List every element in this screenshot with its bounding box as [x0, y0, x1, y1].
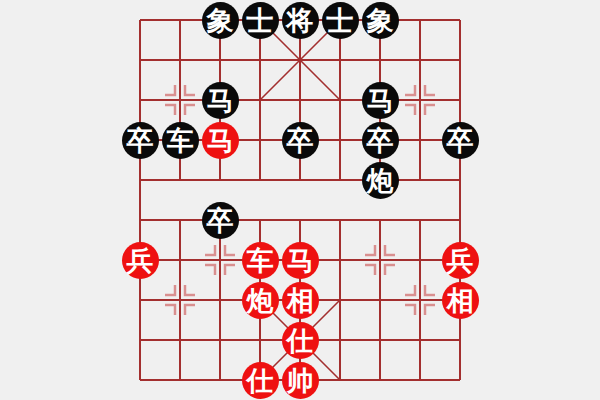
- piece-red-cannon[interactable]: 炮: [242, 282, 279, 319]
- piece-red-elephant[interactable]: 相: [442, 282, 479, 319]
- piece-black-soldier[interactable]: 卒: [442, 122, 479, 159]
- piece-black-soldier[interactable]: 卒: [362, 122, 399, 159]
- piece-black-elephant[interactable]: 象: [362, 2, 399, 39]
- piece-red-horse[interactable]: 马: [202, 122, 239, 159]
- piece-black-cannon[interactable]: 炮: [362, 162, 399, 199]
- xiangqi-board: 象士将士象马马卒车马卒卒卒炮卒兵车马兵炮相相仕仕帅: [120, 0, 480, 400]
- piece-black-soldier[interactable]: 卒: [202, 202, 239, 239]
- piece-black-soldier[interactable]: 卒: [282, 122, 319, 159]
- piece-red-soldier[interactable]: 兵: [442, 242, 479, 279]
- piece-black-elephant[interactable]: 象: [202, 2, 239, 39]
- xiangqi-board-area: 象士将士象马马卒车马卒卒卒炮卒兵车马兵炮相相仕仕帅: [0, 0, 600, 400]
- piece-black-horse[interactable]: 马: [202, 82, 239, 119]
- piece-red-elephant[interactable]: 相: [282, 282, 319, 319]
- piece-red-soldier[interactable]: 兵: [122, 242, 159, 279]
- piece-red-general[interactable]: 帅: [282, 362, 319, 399]
- piece-black-soldier[interactable]: 卒: [122, 122, 159, 159]
- piece-red-advisor[interactable]: 仕: [242, 362, 279, 399]
- piece-red-advisor[interactable]: 仕: [282, 322, 319, 359]
- piece-black-general[interactable]: 将: [282, 2, 319, 39]
- piece-black-chariot[interactable]: 车: [162, 122, 199, 159]
- piece-red-chariot[interactable]: 车: [242, 242, 279, 279]
- piece-black-advisor[interactable]: 士: [322, 2, 359, 39]
- piece-black-horse[interactable]: 马: [362, 82, 399, 119]
- piece-red-horse[interactable]: 马: [282, 242, 319, 279]
- piece-black-advisor[interactable]: 士: [242, 2, 279, 39]
